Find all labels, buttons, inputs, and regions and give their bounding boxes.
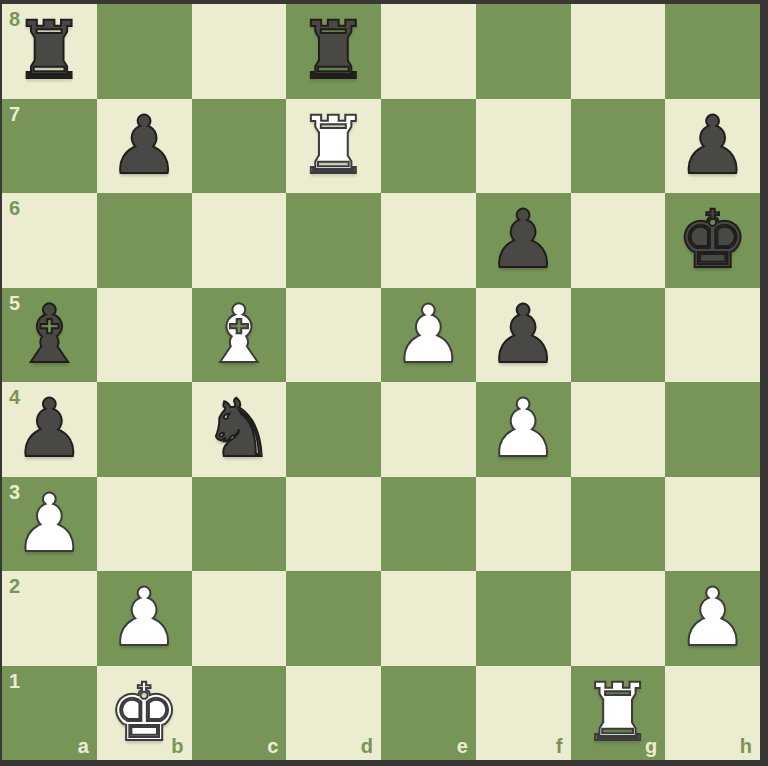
square-b6[interactable] bbox=[97, 193, 192, 288]
square-h3[interactable] bbox=[665, 477, 760, 572]
square-a5[interactable]: 5♝ bbox=[2, 288, 97, 383]
square-h5[interactable] bbox=[665, 288, 760, 383]
square-h8[interactable] bbox=[665, 4, 760, 99]
square-d6[interactable] bbox=[286, 193, 381, 288]
square-b3[interactable] bbox=[97, 477, 192, 572]
square-f6[interactable]: ♟ bbox=[476, 193, 571, 288]
square-a7[interactable]: 7 bbox=[2, 99, 97, 194]
white-bishop[interactable]: ♝ bbox=[203, 295, 275, 375]
square-c8[interactable] bbox=[192, 4, 287, 99]
board-frame: 8♜♜7♟♜♟6♟♚5♝♝♟♟4♟♞♟3♟2♟♟1ab♚cdefg♜h bbox=[0, 0, 768, 766]
file-label-e: e bbox=[457, 736, 468, 756]
white-pawn[interactable]: ♟ bbox=[108, 578, 180, 658]
square-b1[interactable]: b♚ bbox=[97, 666, 192, 761]
square-g7[interactable] bbox=[571, 99, 666, 194]
rank-label-7: 7 bbox=[9, 104, 20, 124]
square-a3[interactable]: 3♟ bbox=[2, 477, 97, 572]
square-d5[interactable] bbox=[286, 288, 381, 383]
rank-label-2: 2 bbox=[9, 576, 20, 596]
square-d4[interactable] bbox=[286, 382, 381, 477]
square-d7[interactable]: ♜ bbox=[286, 99, 381, 194]
square-e3[interactable] bbox=[381, 477, 476, 572]
white-pawn[interactable]: ♟ bbox=[14, 484, 86, 564]
square-b8[interactable] bbox=[97, 4, 192, 99]
square-a4[interactable]: 4♟ bbox=[2, 382, 97, 477]
rank-label-6: 6 bbox=[9, 198, 20, 218]
file-label-d: d bbox=[361, 736, 373, 756]
black-bishop[interactable]: ♝ bbox=[14, 295, 86, 375]
square-g6[interactable] bbox=[571, 193, 666, 288]
black-king[interactable]: ♚ bbox=[677, 200, 749, 280]
black-pawn[interactable]: ♟ bbox=[14, 389, 86, 469]
square-h1[interactable]: h bbox=[665, 666, 760, 761]
rank-label-8: 8 bbox=[9, 9, 20, 29]
file-label-c: c bbox=[267, 736, 278, 756]
square-g5[interactable] bbox=[571, 288, 666, 383]
white-king[interactable]: ♚ bbox=[108, 673, 180, 753]
square-e7[interactable] bbox=[381, 99, 476, 194]
square-c5[interactable]: ♝ bbox=[192, 288, 287, 383]
black-rook[interactable]: ♜ bbox=[14, 11, 86, 91]
black-pawn[interactable]: ♟ bbox=[487, 295, 559, 375]
white-rook[interactable]: ♜ bbox=[298, 106, 370, 186]
chess-board: 8♜♜7♟♜♟6♟♚5♝♝♟♟4♟♞♟3♟2♟♟1ab♚cdefg♜h bbox=[2, 4, 760, 760]
square-h7[interactable]: ♟ bbox=[665, 99, 760, 194]
square-e4[interactable] bbox=[381, 382, 476, 477]
square-f1[interactable]: f bbox=[476, 666, 571, 761]
square-g8[interactable] bbox=[571, 4, 666, 99]
square-e8[interactable] bbox=[381, 4, 476, 99]
black-pawn[interactable]: ♟ bbox=[677, 106, 749, 186]
square-c7[interactable] bbox=[192, 99, 287, 194]
square-f8[interactable] bbox=[476, 4, 571, 99]
square-c1[interactable]: c bbox=[192, 666, 287, 761]
square-b4[interactable] bbox=[97, 382, 192, 477]
square-f7[interactable] bbox=[476, 99, 571, 194]
square-d3[interactable] bbox=[286, 477, 381, 572]
square-d1[interactable]: d bbox=[286, 666, 381, 761]
file-label-h: h bbox=[740, 736, 752, 756]
square-c6[interactable] bbox=[192, 193, 287, 288]
square-e6[interactable] bbox=[381, 193, 476, 288]
white-pawn[interactable]: ♟ bbox=[487, 389, 559, 469]
square-h4[interactable] bbox=[665, 382, 760, 477]
square-d8[interactable]: ♜ bbox=[286, 4, 381, 99]
square-f2[interactable] bbox=[476, 571, 571, 666]
file-label-a: a bbox=[78, 736, 89, 756]
file-label-b: b bbox=[171, 736, 183, 756]
square-g4[interactable] bbox=[571, 382, 666, 477]
white-rook[interactable]: ♜ bbox=[582, 673, 654, 753]
square-c4[interactable]: ♞ bbox=[192, 382, 287, 477]
square-b5[interactable] bbox=[97, 288, 192, 383]
black-rook[interactable]: ♜ bbox=[298, 11, 370, 91]
square-b2[interactable]: ♟ bbox=[97, 571, 192, 666]
square-a1[interactable]: 1a bbox=[2, 666, 97, 761]
square-e2[interactable] bbox=[381, 571, 476, 666]
square-f3[interactable] bbox=[476, 477, 571, 572]
black-knight[interactable]: ♞ bbox=[203, 389, 275, 469]
rank-label-5: 5 bbox=[9, 293, 20, 313]
white-pawn[interactable]: ♟ bbox=[393, 295, 465, 375]
square-e1[interactable]: e bbox=[381, 666, 476, 761]
square-c3[interactable] bbox=[192, 477, 287, 572]
rank-label-3: 3 bbox=[9, 482, 20, 502]
black-pawn[interactable]: ♟ bbox=[487, 200, 559, 280]
square-a2[interactable]: 2 bbox=[2, 571, 97, 666]
rank-label-4: 4 bbox=[9, 387, 20, 407]
square-d2[interactable] bbox=[286, 571, 381, 666]
square-f5[interactable]: ♟ bbox=[476, 288, 571, 383]
square-f4[interactable]: ♟ bbox=[476, 382, 571, 477]
square-h6[interactable]: ♚ bbox=[665, 193, 760, 288]
file-label-g: g bbox=[645, 736, 657, 756]
square-b7[interactable]: ♟ bbox=[97, 99, 192, 194]
file-label-f: f bbox=[556, 736, 563, 756]
rank-label-1: 1 bbox=[9, 671, 20, 691]
square-g2[interactable] bbox=[571, 571, 666, 666]
square-g3[interactable] bbox=[571, 477, 666, 572]
white-pawn[interactable]: ♟ bbox=[677, 578, 749, 658]
square-a6[interactable]: 6 bbox=[2, 193, 97, 288]
square-a8[interactable]: 8♜ bbox=[2, 4, 97, 99]
square-h2[interactable]: ♟ bbox=[665, 571, 760, 666]
square-g1[interactable]: g♜ bbox=[571, 666, 666, 761]
square-e5[interactable]: ♟ bbox=[381, 288, 476, 383]
square-c2[interactable] bbox=[192, 571, 287, 666]
black-pawn[interactable]: ♟ bbox=[108, 106, 180, 186]
